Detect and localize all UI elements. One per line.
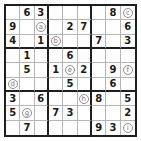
cell-r2c1[interactable]: 9 <box>6 20 20 34</box>
cell-r1c3[interactable]: 3 <box>35 6 49 20</box>
cell-r7c6[interactable]: h <box>78 92 92 106</box>
cell-r8c2[interactable]: g <box>20 106 34 120</box>
given-digit: 6 <box>37 94 44 104</box>
cell-r3c9[interactable]: 3 <box>121 35 135 49</box>
given-digit: 1 <box>24 51 31 61</box>
cell-r1c6[interactable] <box>78 6 92 20</box>
cell-r7c9[interactable]: 5 <box>121 92 135 106</box>
circled-letter: f <box>123 65 133 75</box>
cell-r5c8[interactable]: 9 <box>106 63 120 77</box>
given-digit: 7 <box>95 36 102 46</box>
given-digit: 6 <box>24 8 31 18</box>
given-digit: 7 <box>24 123 31 133</box>
given-digit: 4 <box>9 36 16 46</box>
given-digit: 9 <box>95 123 102 133</box>
given-digit: 3 <box>9 94 16 104</box>
cell-r9c8[interactable]: 3 <box>106 121 120 135</box>
cell-r9c1[interactable] <box>6 121 20 135</box>
cell-r1c2[interactable]: 6 <box>20 6 34 20</box>
cell-r2c3[interactable]: a <box>35 20 49 34</box>
cell-r9c7[interactable]: 9 <box>92 121 106 135</box>
given-digit: 2 <box>124 108 131 118</box>
cell-r7c8[interactable] <box>106 92 120 106</box>
cell-r9c5[interactable] <box>63 121 77 135</box>
cell-r8c7[interactable] <box>92 106 106 120</box>
circled-letter: d <box>8 79 18 89</box>
cell-r3c4[interactable]: b <box>49 35 63 49</box>
cell-r7c7[interactable]: 8 <box>92 92 106 106</box>
given-digit: 3 <box>67 108 74 118</box>
circled-letter: h <box>79 94 89 104</box>
cell-r5c6[interactable]: 2 <box>78 63 92 77</box>
given-digit: 7 <box>80 22 87 32</box>
cell-r9c2[interactable]: 7 <box>20 121 34 135</box>
cell-r1c8[interactable]: 8 <box>106 6 120 20</box>
cell-r1c7[interactable] <box>92 6 106 20</box>
given-digit: 1 <box>52 65 59 75</box>
circled-letter: g <box>22 108 32 118</box>
given-digit: 6 <box>67 51 74 61</box>
cell-r9c4[interactable] <box>49 121 63 135</box>
cell-r3c8[interactable] <box>106 35 120 49</box>
circled-letter: c <box>123 8 133 18</box>
given-digit: 2 <box>67 22 74 32</box>
cell-r1c9[interactable]: c <box>121 6 135 20</box>
cell-r3c1[interactable]: 4 <box>6 35 20 49</box>
cell-r4c5[interactable]: 6 <box>63 49 77 63</box>
cell-r5c4[interactable]: 1 <box>49 63 63 77</box>
cell-r8c3[interactable] <box>35 106 49 120</box>
cell-r6c5[interactable]: 5 <box>63 78 77 92</box>
cell-r8c4[interactable]: 7 <box>49 106 63 120</box>
cell-r8c8[interactable] <box>106 106 120 120</box>
cell-r7c5[interactable] <box>63 92 77 106</box>
given-digit: 2 <box>80 65 87 75</box>
cell-r2c2[interactable] <box>20 20 34 34</box>
circled-letter: b <box>51 36 61 46</box>
cell-r2c6[interactable]: 7 <box>78 20 92 34</box>
cell-r1c5[interactable] <box>63 6 77 20</box>
given-digit: 3 <box>110 123 117 133</box>
cell-r5c1[interactable] <box>6 63 20 77</box>
cell-r4c3[interactable] <box>35 49 49 63</box>
cell-r3c7[interactable]: 7 <box>92 35 106 49</box>
cell-r6c1[interactable]: d <box>6 78 20 92</box>
cell-r5c7[interactable] <box>92 63 106 77</box>
given-digit: 5 <box>67 79 74 89</box>
cell-r5c2[interactable]: 5 <box>20 63 34 77</box>
cell-r9c6[interactable] <box>78 121 92 135</box>
given-digit: 5 <box>9 108 16 118</box>
given-digit: 8 <box>95 94 102 104</box>
given-digit: 5 <box>24 65 31 75</box>
page: 638c9a27641b731651e29fd5636h855g732793i <box>0 0 141 141</box>
cell-r2c8[interactable] <box>106 20 120 34</box>
given-digit: 9 <box>9 22 16 32</box>
cell-r4c2[interactable]: 1 <box>20 49 34 63</box>
cell-r4c1[interactable] <box>6 49 20 63</box>
cell-r8c9[interactable]: 2 <box>121 106 135 120</box>
circled-letter: e <box>65 65 75 75</box>
cell-r4c8[interactable] <box>106 49 120 63</box>
cell-r7c1[interactable]: 3 <box>6 92 20 106</box>
cell-r6c7[interactable] <box>92 78 106 92</box>
cell-r6c4[interactable] <box>49 78 63 92</box>
cell-r5c9[interactable]: f <box>121 63 135 77</box>
cell-r4c4[interactable] <box>49 49 63 63</box>
cell-r3c5[interactable] <box>63 35 77 49</box>
cell-r5c5[interactable]: e <box>63 63 77 77</box>
given-digit: 5 <box>124 94 131 104</box>
given-digit: 9 <box>110 65 117 75</box>
given-digit: 3 <box>124 36 131 46</box>
cell-r8c5[interactable]: 3 <box>63 106 77 120</box>
given-digit: 8 <box>110 8 117 18</box>
cell-r7c4[interactable] <box>49 92 63 106</box>
given-digit: 1 <box>37 36 44 46</box>
cell-r6c2[interactable] <box>20 78 34 92</box>
cell-r4c7[interactable] <box>92 49 106 63</box>
cell-r1c1[interactable] <box>6 6 20 20</box>
cell-r8c6[interactable] <box>78 106 92 120</box>
circled-letter: a <box>36 22 46 32</box>
cell-r6c3[interactable] <box>35 78 49 92</box>
cell-r2c9[interactable]: 6 <box>121 20 135 34</box>
cell-r9c3[interactable] <box>35 121 49 135</box>
cell-r2c5[interactable]: 2 <box>63 20 77 34</box>
given-digit: 7 <box>52 108 59 118</box>
given-digit: 3 <box>37 8 44 18</box>
cell-r8c1[interactable]: 5 <box>6 106 20 120</box>
cell-r3c6[interactable] <box>78 35 92 49</box>
circled-letter: i <box>123 123 133 133</box>
cell-r2c7[interactable] <box>92 20 106 34</box>
sudoku-board: 638c9a27641b731651e29fd5636h855g732793i <box>4 4 137 137</box>
cell-r2c4[interactable] <box>49 20 63 34</box>
cell-r7c3[interactable]: 6 <box>35 92 49 106</box>
cell-r9c9[interactable]: i <box>121 121 135 135</box>
cell-r1c4[interactable] <box>49 6 63 20</box>
cell-r6c8[interactable]: 6 <box>106 78 120 92</box>
cell-r4c9[interactable] <box>121 49 135 63</box>
given-digit: 6 <box>124 22 131 32</box>
cell-r3c3[interactable]: 1 <box>35 35 49 49</box>
cell-r7c2[interactable] <box>20 92 34 106</box>
cell-r3c2[interactable] <box>20 35 34 49</box>
cell-r4c6[interactable] <box>78 49 92 63</box>
given-digit: 6 <box>110 79 117 89</box>
cell-r6c9[interactable] <box>121 78 135 92</box>
cell-r6c6[interactable] <box>78 78 92 92</box>
cell-r5c3[interactable] <box>35 63 49 77</box>
